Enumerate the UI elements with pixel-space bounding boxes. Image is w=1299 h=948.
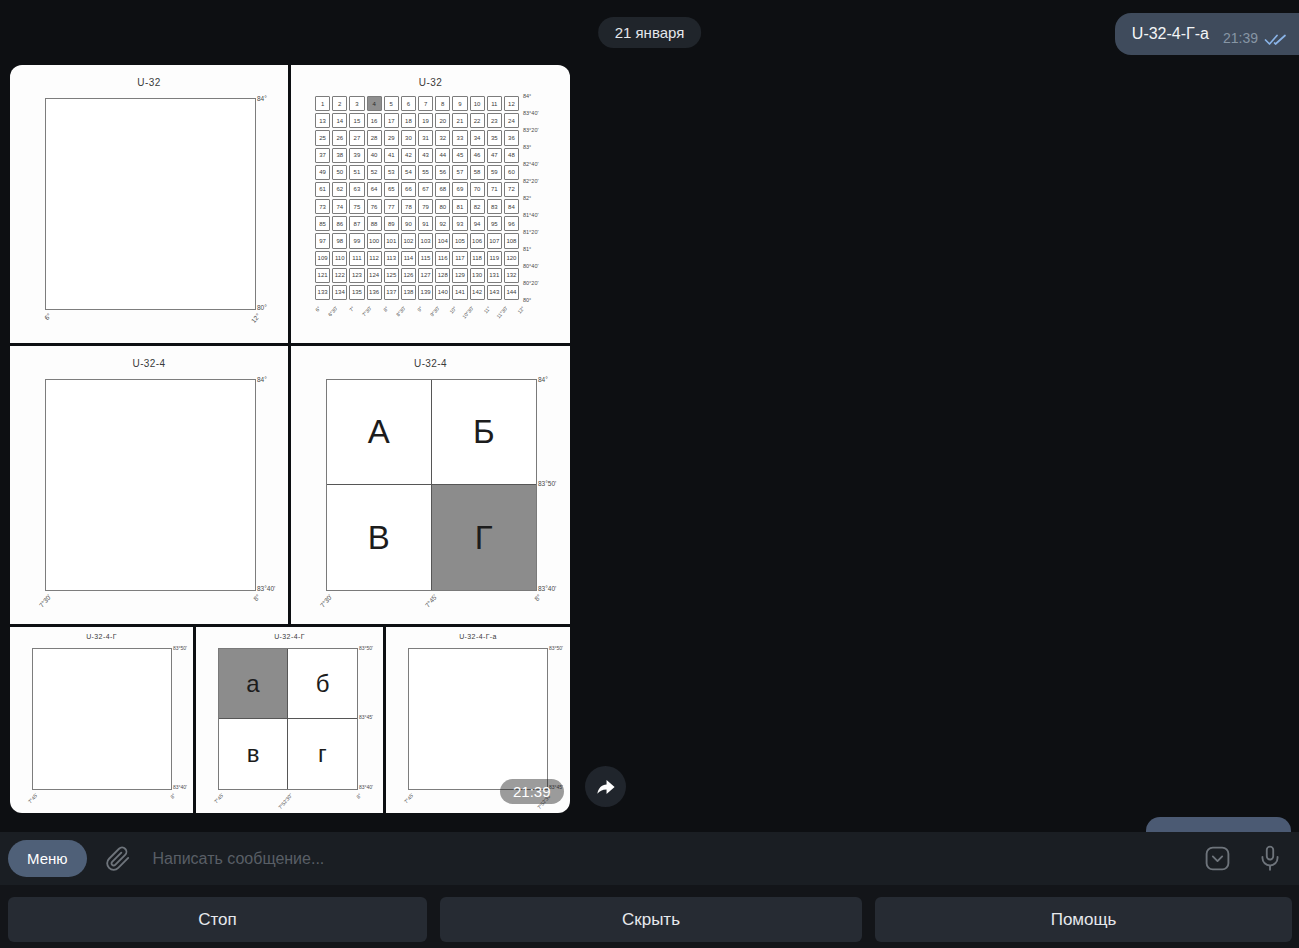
grid-cell: 143: [487, 285, 502, 300]
latitude-label: 81°40': [523, 212, 539, 218]
grid-cell: 41: [384, 148, 399, 163]
grid-cell: 127: [418, 268, 433, 283]
grid-cell: 107: [487, 233, 502, 248]
grid-cell: 124: [367, 268, 382, 283]
grid-cell: 128: [435, 268, 450, 283]
grid-cell: 135: [349, 285, 364, 300]
grid-cell: 67: [418, 182, 433, 197]
latitude-label: 83°40': [523, 110, 539, 116]
grid-cell: 10: [470, 96, 485, 111]
grid-cell: 109: [315, 251, 330, 266]
grid-cell: 92: [435, 216, 450, 231]
grid-cell: 117: [452, 251, 467, 266]
grid-cell: 94: [470, 216, 485, 231]
grid-cell: 105: [452, 233, 467, 248]
grid-cell: 140: [435, 285, 450, 300]
bot-keyboard-toggle-icon[interactable]: [1204, 845, 1231, 872]
grid-cell: 119: [487, 251, 502, 266]
latitude-label: 84°: [257, 95, 267, 102]
grid-cell: 47: [487, 148, 502, 163]
grid-cell: 141: [452, 285, 467, 300]
grid-cell: 118: [470, 251, 485, 266]
map-sheet-outline: [45, 379, 256, 591]
grid-cell: 7: [418, 96, 433, 111]
grid-cell: 78: [401, 199, 416, 214]
grid-cell: 21: [452, 113, 467, 128]
grid-cell: 98: [332, 233, 347, 248]
grid-cell: 55: [418, 165, 433, 180]
grid-cell: 130: [470, 268, 485, 283]
album-photo-u32-grid[interactable]: U-32123456789101112131415161718192021222…: [291, 65, 570, 343]
chat-area: 21 января U-32-4-Г-а 21:39 U-3284°80°6°1…: [0, 0, 1299, 832]
grid-cell: 114: [401, 251, 416, 266]
grid-cell: 133: [315, 285, 330, 300]
grid-cell: 70: [470, 182, 485, 197]
grid-cell: 121: [315, 268, 330, 283]
grid-cell: 112: [367, 251, 382, 266]
latitude-label: 83°50': [359, 645, 373, 651]
numbered-sheet-grid: 1234567891011121314151617181920212223242…: [315, 96, 519, 300]
grid-cell: 38: [332, 148, 347, 163]
grid-cell: 142: [470, 285, 485, 300]
album-photo-u32-4-quads[interactable]: U-32-4АБВГ84°83°50'83°40'7°30'7°45'8°: [291, 346, 570, 624]
grid-cell: 129: [452, 268, 467, 283]
latitude-label: 83°: [523, 144, 531, 150]
grid-cell: 82: [470, 199, 485, 214]
grid-cell: 37: [315, 148, 330, 163]
grid-cell: 26: [332, 130, 347, 145]
longitude-label: 7°30': [306, 593, 333, 624]
latitude-label: 81°: [523, 246, 531, 252]
grid-cell: 53: [384, 165, 399, 180]
menu-button[interactable]: Меню: [8, 840, 87, 877]
grid-cell: 81: [452, 199, 467, 214]
forward-button[interactable]: [585, 766, 626, 807]
latitude-label: 80°20': [523, 280, 539, 286]
grid-cell: 116: [435, 251, 450, 266]
latitude-label: 82°40': [523, 161, 539, 167]
grid-cell: 76: [367, 199, 382, 214]
grid-cell: 101: [384, 233, 399, 248]
grid-cell: 132: [504, 268, 519, 283]
longitude-label: 7°45': [411, 593, 438, 624]
grid-cell: 137: [384, 285, 399, 300]
grid-cell: 43: [418, 148, 433, 163]
grid-cell: 42: [401, 148, 416, 163]
grid-cell: 65: [384, 182, 399, 197]
read-checks-icon: [1264, 33, 1287, 46]
diagram-title: U-32-4: [291, 358, 570, 369]
grid-cell: 104: [435, 233, 450, 248]
grid-cell: 3: [349, 96, 364, 111]
grid-cell: 1: [315, 96, 330, 111]
grid-cell: 48: [504, 148, 519, 163]
grid-cell: 18: [401, 113, 416, 128]
diagram-title: U-32-4-Г-а: [386, 633, 570, 640]
grid-cell: 79: [418, 199, 433, 214]
grid-cell: 19: [418, 113, 433, 128]
grid-cell: 27: [349, 130, 364, 145]
grid-cell: 102: [401, 233, 416, 248]
quadrant-а: а: [219, 649, 288, 719]
grid-cell: 108: [504, 233, 519, 248]
quadrant-г: г: [288, 719, 357, 789]
grid-cell: 72: [504, 182, 519, 197]
grid-cell: 49: [315, 165, 330, 180]
quadrant-в: в: [219, 719, 288, 789]
longitude-label: 6°: [25, 312, 52, 343]
next-message-bubble-partial: [1146, 817, 1291, 832]
grid-cell: 33: [452, 130, 467, 145]
grid-cell: 91: [418, 216, 433, 231]
latitude-label: 83°40': [538, 585, 556, 592]
album-photo-u32-4g-blank[interactable]: U-32-4-Г83°50'83°40'7°45'8°: [10, 627, 193, 813]
grid-cell: 54: [401, 165, 416, 180]
quadrant-grid: абвг: [218, 648, 358, 790]
grid-cell: 122: [332, 268, 347, 283]
message-text: U-32-4-Г-а: [1132, 25, 1209, 43]
latitude-label: 81°20': [523, 229, 539, 235]
latitude-label: 80°: [523, 297, 531, 303]
grid-cell: 90: [401, 216, 416, 231]
grid-cell: 71: [487, 182, 502, 197]
map-sheet-outline: [408, 648, 548, 790]
bot-reply-keyboard: Стоп Скрыть Помощь: [0, 885, 1299, 948]
grid-cell: 57: [452, 165, 467, 180]
forward-arrow-icon: [595, 776, 617, 798]
grid-cell: 64: [367, 182, 382, 197]
grid-cell-highlighted: 4: [367, 96, 382, 111]
grid-cell: 56: [435, 165, 450, 180]
grid-cell: 126: [401, 268, 416, 283]
microphone-icon[interactable]: [1257, 845, 1283, 873]
grid-cell: 8: [435, 96, 450, 111]
grid-cell: 6: [401, 96, 416, 111]
grid-cell: 60: [504, 165, 519, 180]
map-sheet-outline: [45, 98, 256, 310]
grid-cell: 120: [504, 251, 519, 266]
album-photo-u32-4g-quads[interactable]: U-32-4-Габвг83°50'83°45'83°40'7°45'7°52'…: [196, 627, 383, 813]
grid-cell: 84: [504, 199, 519, 214]
keyboard-button-stop[interactable]: Стоп: [8, 897, 427, 942]
grid-cell: 62: [332, 182, 347, 197]
grid-cell: 15: [349, 113, 364, 128]
grid-cell: 83: [487, 199, 502, 214]
grid-cell: 106: [470, 233, 485, 248]
grid-cell: 123: [349, 268, 364, 283]
latitude-label: 83°20': [523, 127, 539, 133]
grid-cell: 22: [470, 113, 485, 128]
latitude-label: 83°50': [173, 645, 187, 651]
grid-cell: 23: [487, 113, 502, 128]
latitude-label: 83°45': [359, 714, 373, 720]
grid-cell: 95: [487, 216, 502, 231]
message-time: 21:39: [1223, 30, 1258, 46]
outgoing-message-bubble: U-32-4-Г-а 21:39: [1115, 13, 1299, 55]
longitude-label: 8°: [154, 792, 177, 813]
grid-cell: 136: [367, 285, 382, 300]
grid-cell: 111: [349, 251, 364, 266]
grid-cell: 50: [332, 165, 347, 180]
longitude-label: 7°45': [392, 792, 415, 813]
grid-cell: 134: [332, 285, 347, 300]
photo-album: U-3284°80°6°12° U-3212345678910111213141…: [10, 65, 570, 813]
grid-cell: 44: [435, 148, 450, 163]
grid-cell: 52: [367, 165, 382, 180]
grid-cell: 16: [367, 113, 382, 128]
grid-cell: 34: [470, 130, 485, 145]
grid-cell: 24: [504, 113, 519, 128]
grid-cell: 17: [384, 113, 399, 128]
quadrant-В: В: [327, 485, 432, 590]
grid-cell: 58: [470, 165, 485, 180]
keyboard-button-help[interactable]: Помощь: [875, 897, 1292, 942]
grid-cell: 29: [384, 130, 399, 145]
grid-cell: 59: [487, 165, 502, 180]
grid-cell: 28: [367, 130, 382, 145]
grid-cell: 103: [418, 233, 433, 248]
diagram-title: U-32: [291, 77, 570, 88]
grid-cell: 9: [452, 96, 467, 111]
grid-cell: 13: [315, 113, 330, 128]
quadrant-grid: АБВГ: [326, 379, 537, 591]
grid-cell: 31: [418, 130, 433, 145]
grid-cell: 99: [349, 233, 364, 248]
diagram-title: U-32-4-Г: [10, 633, 193, 640]
album-photo-u32-4-blank[interactable]: U-32-484°83°40'7°30'8°: [10, 346, 288, 624]
grid-cell: 2: [332, 96, 347, 111]
longitude-label: 7°45': [16, 792, 39, 813]
grid-cell: 77: [384, 199, 399, 214]
grid-cell: 100: [367, 233, 382, 248]
grid-cell: 20: [435, 113, 450, 128]
grid-cell: 14: [332, 113, 347, 128]
latitude-label: 80°: [257, 304, 267, 311]
album-timestamp: 21:39: [500, 779, 564, 804]
grid-cell: 110: [332, 251, 347, 266]
grid-cell: 138: [401, 285, 416, 300]
grid-cell: 45: [452, 148, 467, 163]
grid-cell: 25: [315, 130, 330, 145]
grid-cell: 87: [349, 216, 364, 231]
grid-cell: 68: [435, 182, 450, 197]
grid-cell: 35: [487, 130, 502, 145]
longitude-label: 8°: [234, 593, 261, 624]
grid-cell: 46: [470, 148, 485, 163]
grid-cell: 113: [384, 251, 399, 266]
grid-cell: 88: [367, 216, 382, 231]
longitude-label: 12°: [234, 312, 261, 343]
grid-cell: 144: [504, 285, 519, 300]
grid-cell: 139: [418, 285, 433, 300]
grid-cell: 36: [504, 130, 519, 145]
grid-cell: 66: [401, 182, 416, 197]
latitude-label: 83°40': [359, 784, 373, 790]
grid-cell: 75: [349, 199, 364, 214]
latitude-label: 83°50': [538, 480, 556, 487]
longitude-label: 8°: [515, 593, 542, 624]
diagram-title: U-32-4: [10, 358, 288, 369]
diagram-title: U-32-4-Г: [196, 633, 383, 640]
grid-cell: 131: [487, 268, 502, 283]
quadrant-А: А: [327, 380, 432, 485]
latitude-label: 80°40': [523, 263, 539, 269]
composer-bar: Меню Написать сообщение...: [0, 832, 1299, 885]
album-photo-u32-blank[interactable]: U-3284°80°6°12°: [10, 65, 288, 343]
latitude-label: 83°40': [173, 784, 187, 790]
grid-cell: 73: [315, 199, 330, 214]
grid-cell: 125: [384, 268, 399, 283]
message-input[interactable]: Написать сообщение...: [153, 850, 325, 868]
latitude-label: 82°20': [523, 178, 539, 184]
latitude-label: 84°: [257, 376, 267, 383]
map-sheet-outline: [32, 648, 172, 790]
latitude-label: 84°: [523, 93, 531, 99]
grid-cell: 63: [349, 182, 364, 197]
attach-paperclip-icon[interactable]: [105, 846, 131, 872]
grid-cell: 97: [315, 233, 330, 248]
latitude-label: 83°40': [257, 585, 275, 592]
grid-cell: 74: [332, 199, 347, 214]
grid-cell: 32: [435, 130, 450, 145]
grid-cell: 115: [418, 251, 433, 266]
longitude-label: 7°30': [25, 593, 52, 624]
latitude-label: 84°: [538, 376, 548, 383]
quadrant-Г: Г: [432, 485, 537, 590]
longitude-label: 7°52'30'': [271, 792, 294, 813]
grid-cell: 96: [504, 216, 519, 231]
grid-cell: 85: [315, 216, 330, 231]
grid-cell: 69: [452, 182, 467, 197]
quadrant-Б: Б: [432, 380, 537, 485]
grid-cell: 30: [401, 130, 416, 145]
grid-cell: 89: [384, 216, 399, 231]
latitude-label: 82°: [523, 195, 531, 201]
quadrant-б: б: [288, 649, 357, 719]
date-header: 21 января: [598, 17, 702, 48]
grid-cell: 39: [349, 148, 364, 163]
grid-cell: 11: [487, 96, 502, 111]
grid-cell: 51: [349, 165, 364, 180]
grid-cell: 12: [504, 96, 519, 111]
grid-cell: 40: [367, 148, 382, 163]
longitude-label: 7°45': [202, 792, 225, 813]
keyboard-button-hide[interactable]: Скрыть: [440, 897, 862, 942]
grid-cell: 61: [315, 182, 330, 197]
longitude-label: 8°: [340, 792, 363, 813]
latitude-label: 83°50': [549, 645, 563, 651]
diagram-title: U-32: [10, 77, 288, 88]
grid-cell: 93: [452, 216, 467, 231]
grid-cell: 80: [435, 199, 450, 214]
grid-cell: 5: [384, 96, 399, 111]
grid-cell: 86: [332, 216, 347, 231]
